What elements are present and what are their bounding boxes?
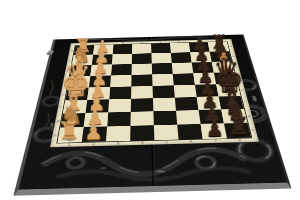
square-e6[interactable] xyxy=(174,85,197,98)
white-pawn-h2[interactable]: ♟ xyxy=(84,121,103,142)
square-g3[interactable] xyxy=(107,112,131,127)
board-insert: 12345678 12345678 abcdefgh abcdefgh ♜♟♟♜… xyxy=(50,39,259,147)
perspective-scene: 12345678 12345678 abcdefgh abcdefgh ♜♟♟♜… xyxy=(34,0,267,200)
square-b6[interactable] xyxy=(171,52,192,63)
square-h6[interactable] xyxy=(177,124,203,140)
square-h3[interactable] xyxy=(106,126,131,142)
square-h8[interactable]: ♜ xyxy=(224,123,251,138)
black-pawn-h7[interactable]: ♟ xyxy=(205,118,224,139)
square-a6[interactable] xyxy=(170,43,190,53)
white-rook-h1[interactable]: ♜ xyxy=(58,119,80,144)
square-g6[interactable] xyxy=(176,110,201,125)
square-h1[interactable]: ♜ xyxy=(58,127,84,143)
square-b4[interactable] xyxy=(132,53,152,64)
square-d3[interactable] xyxy=(110,75,131,87)
square-h4[interactable] xyxy=(130,125,154,141)
carved-wooden-case: 12345678 12345678 abcdefgh abcdefgh ♜♟♟♜… xyxy=(13,34,291,195)
square-c5[interactable] xyxy=(152,63,173,74)
board-grid: ♜♟♟♜♞♟♟♞♝♟♟♝♛♟♟♛♚♟♟♚♝♟♟♝♞♟♟♞♜♟♟♜ xyxy=(56,41,252,143)
black-rook-h8[interactable]: ♜ xyxy=(228,114,250,139)
square-e3[interactable] xyxy=(109,86,131,99)
square-b5[interactable] xyxy=(151,53,171,64)
square-d6[interactable] xyxy=(173,73,195,85)
square-d4[interactable] xyxy=(131,74,152,86)
square-a5[interactable] xyxy=(151,43,171,53)
square-g5[interactable] xyxy=(153,111,177,126)
square-h5[interactable] xyxy=(154,125,179,141)
square-e5[interactable] xyxy=(153,85,175,98)
square-d5[interactable] xyxy=(152,74,174,86)
tilt-wrapper: 12345678 12345678 abcdefgh abcdefgh ♜♟♟♜… xyxy=(0,0,300,200)
square-a4[interactable] xyxy=(132,44,151,54)
square-g4[interactable] xyxy=(130,111,153,126)
square-h7[interactable]: ♟ xyxy=(201,123,227,139)
square-c6[interactable] xyxy=(172,62,194,73)
square-c4[interactable] xyxy=(132,64,153,75)
photo-background: 12345678 12345678 abcdefgh abcdefgh ♜♟♟♜… xyxy=(0,0,300,200)
square-e4[interactable] xyxy=(131,86,153,99)
square-h2[interactable]: ♟ xyxy=(82,126,107,142)
